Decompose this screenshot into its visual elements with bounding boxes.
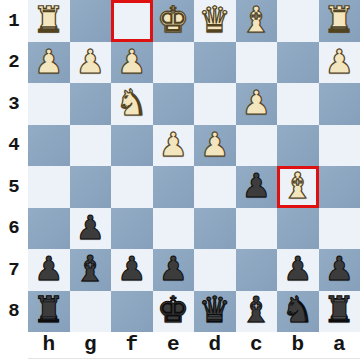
white-pawn-h2[interactable]: ♟︎	[34, 45, 64, 78]
black-knight-b8[interactable]: ♞︎	[282, 292, 314, 328]
square-a6[interactable]	[319, 208, 360, 250]
square-g8[interactable]	[70, 291, 112, 333]
square-a1[interactable]: ♜︎	[319, 0, 360, 42]
square-f4[interactable]	[111, 125, 153, 167]
square-d1[interactable]: ♛︎	[194, 0, 236, 42]
rank-label-5: 5	[0, 166, 28, 208]
file-label-d: d	[194, 332, 236, 358]
white-queen-d1[interactable]: ♛︎	[199, 2, 231, 38]
white-rook-a1[interactable]: ♜︎	[323, 2, 355, 38]
square-g2[interactable]: ♟︎	[70, 42, 112, 84]
square-a2[interactable]: ♟︎	[319, 42, 360, 84]
white-bishop-b5[interactable]: ♝︎	[282, 168, 314, 204]
square-g4[interactable]	[70, 125, 112, 167]
black-bishop-c8[interactable]: ♝︎	[240, 292, 272, 328]
square-b5[interactable]: ♝︎	[277, 166, 319, 208]
file-label-a: a	[319, 332, 360, 358]
square-e4[interactable]: ♟︎	[153, 125, 195, 167]
square-a7[interactable]: ♟︎	[319, 249, 360, 291]
white-pawn-f2[interactable]: ♟︎	[117, 45, 147, 78]
rank-label-1: 1	[0, 0, 28, 42]
white-bishop-c1[interactable]: ♝︎	[240, 2, 272, 38]
square-b3[interactable]	[277, 83, 319, 125]
black-bishop-g7[interactable]: ♝︎	[74, 251, 106, 287]
square-b1[interactable]	[277, 0, 319, 42]
file-label-b: b	[277, 332, 319, 358]
square-f6[interactable]	[111, 208, 153, 250]
file-label-h: h	[28, 332, 70, 358]
square-d7[interactable]	[194, 249, 236, 291]
square-e5[interactable]	[153, 166, 195, 208]
square-a3[interactable]	[319, 83, 360, 125]
rank-label-8: 8	[0, 291, 28, 333]
white-knight-f3[interactable]: ♞︎	[116, 85, 148, 121]
square-h3[interactable]	[28, 83, 70, 125]
square-h7[interactable]: ♟︎	[28, 249, 70, 291]
square-e8[interactable]: ♚︎	[153, 291, 195, 333]
square-c3[interactable]: ♟︎	[236, 83, 278, 125]
square-d6[interactable]	[194, 208, 236, 250]
square-b6[interactable]	[277, 208, 319, 250]
square-e1[interactable]: ♚︎	[153, 0, 195, 42]
white-pawn-g2[interactable]: ♟︎	[75, 45, 105, 78]
square-f1[interactable]	[111, 0, 153, 42]
square-c2[interactable]	[236, 42, 278, 84]
square-d5[interactable]	[194, 166, 236, 208]
square-a5[interactable]	[319, 166, 360, 208]
white-pawn-c3[interactable]: ♟︎	[241, 86, 271, 119]
black-rook-h8[interactable]: ♜︎	[33, 292, 65, 328]
square-c8[interactable]: ♝︎	[236, 291, 278, 333]
square-g1[interactable]	[70, 0, 112, 42]
square-e6[interactable]	[153, 208, 195, 250]
square-d4[interactable]: ♟︎	[194, 125, 236, 167]
black-rook-a8[interactable]: ♜︎	[323, 292, 355, 328]
square-f2[interactable]: ♟︎	[111, 42, 153, 84]
black-pawn-c5[interactable]: ♟︎	[241, 169, 271, 202]
square-d2[interactable]	[194, 42, 236, 84]
square-c4[interactable]	[236, 125, 278, 167]
square-c1[interactable]: ♝︎	[236, 0, 278, 42]
square-h2[interactable]: ♟︎	[28, 42, 70, 84]
square-h6[interactable]	[28, 208, 70, 250]
square-e7[interactable]: ♟︎	[153, 249, 195, 291]
square-g7[interactable]: ♝︎	[70, 249, 112, 291]
square-g5[interactable]	[70, 166, 112, 208]
file-label-e: e	[153, 332, 195, 358]
white-pawn-e4[interactable]: ♟︎	[158, 128, 188, 161]
black-pawn-a7[interactable]: ♟︎	[324, 252, 354, 285]
square-f7[interactable]: ♟︎	[111, 249, 153, 291]
square-c7[interactable]	[236, 249, 278, 291]
square-g6[interactable]: ♟︎	[70, 208, 112, 250]
square-h1[interactable]: ♜︎	[28, 0, 70, 42]
white-rook-h1[interactable]: ♜︎	[33, 2, 65, 38]
black-pawn-e7[interactable]: ♟︎	[158, 252, 188, 285]
square-b8[interactable]: ♞︎	[277, 291, 319, 333]
rank-label-6: 6	[0, 208, 28, 250]
rank-label-2: 2	[0, 42, 28, 84]
square-b4[interactable]	[277, 125, 319, 167]
square-f3[interactable]: ♞︎	[111, 83, 153, 125]
square-f5[interactable]	[111, 166, 153, 208]
square-e2[interactable]	[153, 42, 195, 84]
square-g3[interactable]	[70, 83, 112, 125]
white-pawn-a2[interactable]: ♟︎	[324, 45, 354, 78]
square-c6[interactable]	[236, 208, 278, 250]
square-h8[interactable]: ♜︎	[28, 291, 70, 333]
rank-label-7: 7	[0, 249, 28, 291]
square-a4[interactable]	[319, 125, 360, 167]
chess-board: ♜︎♚︎♛︎♝︎♜︎♟︎♟︎♟︎♟︎♞︎♟︎♟︎♟︎♟︎♝︎♟︎♟︎♝︎♟︎♟︎…	[28, 0, 360, 332]
square-a8[interactable]: ♜︎	[319, 291, 360, 333]
black-pawn-b7[interactable]: ♟︎	[283, 252, 313, 285]
square-b2[interactable]	[277, 42, 319, 84]
file-labels: hgfedcba	[28, 332, 360, 359]
black-pawn-f7[interactable]: ♟︎	[117, 252, 147, 285]
chess-app: 12345678 ♜︎♚︎♛︎♝︎♜︎♟︎♟︎♟︎♟︎♞︎♟︎♟︎♟︎♟︎♝︎♟…	[0, 0, 360, 359]
square-h4[interactable]	[28, 125, 70, 167]
rank-label-3: 3	[0, 83, 28, 125]
square-d3[interactable]	[194, 83, 236, 125]
file-label-f: f	[111, 332, 153, 358]
square-e3[interactable]	[153, 83, 195, 125]
black-pawn-h7[interactable]: ♟︎	[34, 252, 64, 285]
square-c5[interactable]: ♟︎	[236, 166, 278, 208]
square-h5[interactable]	[28, 166, 70, 208]
square-d8[interactable]: ♛︎	[194, 291, 236, 333]
rank-labels: 12345678	[0, 0, 28, 332]
black-pawn-g6[interactable]: ♟︎	[75, 211, 105, 244]
square-b7[interactable]: ♟︎	[277, 249, 319, 291]
rank-label-4: 4	[0, 125, 28, 167]
black-queen-d8[interactable]: ♛︎	[199, 292, 231, 328]
white-pawn-d4[interactable]: ♟︎	[200, 128, 230, 161]
white-king-e1[interactable]: ♚︎	[157, 2, 189, 38]
black-king-e8[interactable]: ♚︎	[157, 292, 189, 328]
file-label-g: g	[70, 332, 112, 358]
square-f8[interactable]	[111, 291, 153, 333]
file-label-c: c	[236, 332, 278, 358]
